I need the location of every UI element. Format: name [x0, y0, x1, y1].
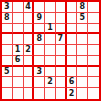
cell-r7c3-empty[interactable] — [24, 67, 35, 78]
cell-r4c9-empty[interactable] — [88, 34, 99, 45]
cell-r3c6-empty[interactable] — [56, 24, 67, 35]
cell-r8c6-empty[interactable] — [56, 77, 67, 88]
cell-r9c3-empty[interactable] — [24, 88, 35, 99]
cell-r2c3-empty[interactable] — [24, 13, 35, 24]
cell-r8c5-given[interactable]: 2 — [45, 77, 56, 88]
cell-r9c7-given[interactable]: 2 — [67, 88, 78, 99]
cell-r5c8-empty[interactable] — [77, 45, 88, 56]
cell-r9c9-empty[interactable] — [88, 88, 99, 99]
cell-r7c1-given[interactable]: 5 — [2, 67, 13, 78]
cell-r7c8-empty[interactable] — [77, 67, 88, 78]
cell-r6c9-empty[interactable] — [88, 56, 99, 67]
cell-r7c2-empty[interactable] — [13, 67, 24, 78]
cell-r8c4-empty[interactable] — [34, 77, 45, 88]
cell-r4c5-empty[interactable] — [45, 34, 56, 45]
cell-r7c4-given[interactable]: 3 — [34, 67, 45, 78]
cell-r5c4-empty[interactable] — [34, 45, 45, 56]
cell-r6c5-empty[interactable] — [45, 56, 56, 67]
cell-r4c4-given[interactable]: 8 — [34, 34, 45, 45]
cell-r6c8-empty[interactable] — [77, 56, 88, 67]
cell-r5c9-empty[interactable] — [88, 45, 99, 56]
cell-r6c4-empty[interactable] — [34, 56, 45, 67]
cell-r2c6-empty[interactable] — [56, 13, 67, 24]
cell-r9c8-empty[interactable] — [77, 88, 88, 99]
cell-r3c4-empty[interactable] — [34, 24, 45, 35]
cell-r3c7-empty[interactable] — [67, 24, 78, 35]
cell-r8c7-given[interactable]: 6 — [67, 77, 78, 88]
cell-r9c2-empty[interactable] — [13, 88, 24, 99]
cell-r5c7-empty[interactable] — [67, 45, 78, 56]
cell-r3c8-empty[interactable] — [77, 24, 88, 35]
cell-r1c4-empty[interactable] — [34, 2, 45, 13]
cell-r6c6-empty[interactable] — [56, 56, 67, 67]
cell-r1c9-empty[interactable] — [88, 2, 99, 13]
cell-r4c8-empty[interactable] — [77, 34, 88, 45]
cell-r9c6-empty[interactable] — [56, 88, 67, 99]
cell-r3c5-given[interactable]: 1 — [45, 24, 56, 35]
cell-r8c8-empty[interactable] — [77, 77, 88, 88]
cell-r7c5-empty[interactable] — [45, 67, 56, 78]
cell-r5c2-given[interactable]: 1 — [13, 45, 24, 56]
cell-r5c5-empty[interactable] — [45, 45, 56, 56]
sudoku-board: 34889518712653262 — [0, 0, 101, 101]
cell-r4c6-given[interactable]: 7 — [56, 34, 67, 45]
cell-r8c3-empty[interactable] — [24, 77, 35, 88]
cell-r7c9-empty[interactable] — [88, 67, 99, 78]
cell-r8c9-empty[interactable] — [88, 77, 99, 88]
cell-r9c4-empty[interactable] — [34, 88, 45, 99]
cell-r9c1-empty[interactable] — [2, 88, 13, 99]
cell-r2c8-given[interactable]: 5 — [77, 13, 88, 24]
cell-r6c1-empty[interactable] — [2, 56, 13, 67]
cell-r5c3-given[interactable]: 2 — [24, 45, 35, 56]
cell-r4c1-empty[interactable] — [2, 34, 13, 45]
cell-r2c1-given[interactable]: 8 — [2, 13, 13, 24]
cell-r6c3-empty[interactable] — [24, 56, 35, 67]
cell-r8c1-empty[interactable] — [2, 77, 13, 88]
cell-r5c6-empty[interactable] — [56, 45, 67, 56]
cell-r1c7-empty[interactable] — [67, 2, 78, 13]
cell-r4c2-empty[interactable] — [13, 34, 24, 45]
cell-r1c5-empty[interactable] — [45, 2, 56, 13]
cell-r1c2-empty[interactable] — [13, 2, 24, 13]
cell-r4c7-empty[interactable] — [67, 34, 78, 45]
cell-r3c2-empty[interactable] — [13, 24, 24, 35]
cell-r7c7-empty[interactable] — [67, 67, 78, 78]
cell-r2c9-empty[interactable] — [88, 13, 99, 24]
cell-r5c1-empty[interactable] — [2, 45, 13, 56]
cell-r1c6-empty[interactable] — [56, 2, 67, 13]
cell-r1c8-given[interactable]: 8 — [77, 2, 88, 13]
cell-r2c5-empty[interactable] — [45, 13, 56, 24]
cell-r3c3-empty[interactable] — [24, 24, 35, 35]
cell-r6c2-given[interactable]: 6 — [13, 56, 24, 67]
cell-r1c1-given[interactable]: 3 — [2, 2, 13, 13]
cell-r2c2-empty[interactable] — [13, 13, 24, 24]
cell-r8c2-empty[interactable] — [13, 77, 24, 88]
cell-r9c5-empty[interactable] — [45, 88, 56, 99]
cell-r1c3-given[interactable]: 4 — [24, 2, 35, 13]
cell-r2c7-empty[interactable] — [67, 13, 78, 24]
cell-r4c3-empty[interactable] — [24, 34, 35, 45]
cell-r7c6-empty[interactable] — [56, 67, 67, 78]
cell-r3c1-empty[interactable] — [2, 24, 13, 35]
cell-r3c9-empty[interactable] — [88, 24, 99, 35]
cell-r6c7-empty[interactable] — [67, 56, 78, 67]
cell-r2c4-given[interactable]: 9 — [34, 13, 45, 24]
